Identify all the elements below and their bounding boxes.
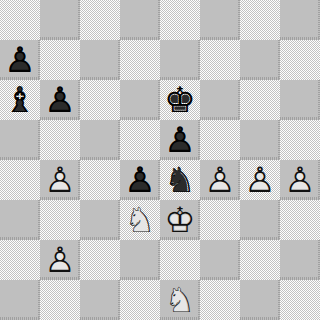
- white-pawn[interactable]: ♟♙: [280, 160, 320, 200]
- square-c8[interactable]: [80, 0, 120, 40]
- square-g3[interactable]: [240, 200, 280, 240]
- square-g8[interactable]: [240, 0, 280, 40]
- square-a4[interactable]: [0, 160, 40, 200]
- black-pawn[interactable]: ♟♙: [120, 160, 160, 200]
- square-b7[interactable]: [40, 40, 80, 80]
- square-a6[interactable]: ♝♗: [0, 80, 40, 120]
- square-d3[interactable]: ♞♘: [120, 200, 160, 240]
- black-pawn[interactable]: ♟♙: [0, 40, 40, 80]
- square-h4[interactable]: ♟♙: [280, 160, 320, 200]
- square-a2[interactable]: [0, 240, 40, 280]
- square-f6[interactable]: [200, 80, 240, 120]
- square-e6[interactable]: ♚♔: [160, 80, 200, 120]
- white-knight-outline-glyph: ♘: [120, 200, 160, 240]
- black-king-outline-glyph: ♔: [160, 80, 200, 120]
- black-bishop-outline-glyph: ♗: [0, 80, 40, 120]
- square-f2[interactable]: [200, 240, 240, 280]
- square-d8[interactable]: [120, 0, 160, 40]
- square-e5[interactable]: ♟♙: [160, 120, 200, 160]
- black-bishop[interactable]: ♝♗: [0, 80, 40, 120]
- square-f1[interactable]: [200, 280, 240, 320]
- square-h1[interactable]: [280, 280, 320, 320]
- square-c4[interactable]: [80, 160, 120, 200]
- square-g6[interactable]: [240, 80, 280, 120]
- white-pawn-outline-glyph: ♙: [40, 240, 80, 280]
- square-c1[interactable]: [80, 280, 120, 320]
- square-h8[interactable]: [280, 0, 320, 40]
- white-knight[interactable]: ♞♘: [120, 200, 160, 240]
- square-d1[interactable]: [120, 280, 160, 320]
- square-g1[interactable]: [240, 280, 280, 320]
- square-g2[interactable]: [240, 240, 280, 280]
- square-h3[interactable]: [280, 200, 320, 240]
- square-b1[interactable]: [40, 280, 80, 320]
- square-d2[interactable]: [120, 240, 160, 280]
- white-pawn[interactable]: ♟♙: [40, 160, 80, 200]
- square-c3[interactable]: [80, 200, 120, 240]
- square-d5[interactable]: [120, 120, 160, 160]
- black-pawn-outline-glyph: ♙: [40, 80, 80, 120]
- white-knight-outline-glyph: ♘: [160, 280, 200, 320]
- square-e2[interactable]: [160, 240, 200, 280]
- square-e8[interactable]: [160, 0, 200, 40]
- square-g7[interactable]: [240, 40, 280, 80]
- square-e3[interactable]: ♚♔: [160, 200, 200, 240]
- square-a1[interactable]: [0, 280, 40, 320]
- square-e4[interactable]: ♞♘: [160, 160, 200, 200]
- white-pawn-outline-glyph: ♙: [200, 160, 240, 200]
- black-pawn[interactable]: ♟♙: [40, 80, 80, 120]
- square-b5[interactable]: [40, 120, 80, 160]
- square-h5[interactable]: [280, 120, 320, 160]
- black-pawn-outline-glyph: ♙: [0, 40, 40, 80]
- chess-board: ♟♙♝♗♟♙♚♔♟♙♟♙♟♙♞♘♟♙♟♙♟♙♞♘♚♔♟♙♞♘: [0, 0, 320, 320]
- square-f3[interactable]: [200, 200, 240, 240]
- white-pawn[interactable]: ♟♙: [200, 160, 240, 200]
- square-h7[interactable]: [280, 40, 320, 80]
- white-pawn[interactable]: ♟♙: [40, 240, 80, 280]
- square-f8[interactable]: [200, 0, 240, 40]
- square-g4[interactable]: ♟♙: [240, 160, 280, 200]
- white-pawn-outline-glyph: ♙: [280, 160, 320, 200]
- square-c2[interactable]: [80, 240, 120, 280]
- square-b6[interactable]: ♟♙: [40, 80, 80, 120]
- square-f7[interactable]: [200, 40, 240, 80]
- white-king[interactable]: ♚♔: [160, 200, 200, 240]
- square-f5[interactable]: [200, 120, 240, 160]
- square-d7[interactable]: [120, 40, 160, 80]
- square-f4[interactable]: ♟♙: [200, 160, 240, 200]
- square-b2[interactable]: ♟♙: [40, 240, 80, 280]
- black-knight[interactable]: ♞♘: [160, 160, 200, 200]
- white-pawn[interactable]: ♟♙: [240, 160, 280, 200]
- square-a8[interactable]: [0, 0, 40, 40]
- white-pawn-outline-glyph: ♙: [40, 160, 80, 200]
- square-b3[interactable]: [40, 200, 80, 240]
- square-g5[interactable]: [240, 120, 280, 160]
- square-b4[interactable]: ♟♙: [40, 160, 80, 200]
- black-pawn-outline-glyph: ♙: [160, 120, 200, 160]
- black-knight-outline-glyph: ♘: [160, 160, 200, 200]
- square-d6[interactable]: [120, 80, 160, 120]
- square-a7[interactable]: ♟♙: [0, 40, 40, 80]
- square-a5[interactable]: [0, 120, 40, 160]
- white-knight[interactable]: ♞♘: [160, 280, 200, 320]
- square-d4[interactable]: ♟♙: [120, 160, 160, 200]
- square-h6[interactable]: [280, 80, 320, 120]
- square-c6[interactable]: [80, 80, 120, 120]
- square-b8[interactable]: [40, 0, 80, 40]
- square-e7[interactable]: [160, 40, 200, 80]
- square-a3[interactable]: [0, 200, 40, 240]
- square-c5[interactable]: [80, 120, 120, 160]
- square-h2[interactable]: [280, 240, 320, 280]
- black-pawn[interactable]: ♟♙: [160, 120, 200, 160]
- white-king-outline-glyph: ♔: [160, 200, 200, 240]
- square-e1[interactable]: ♞♘: [160, 280, 200, 320]
- white-pawn-outline-glyph: ♙: [240, 160, 280, 200]
- black-pawn-outline-glyph: ♙: [120, 160, 160, 200]
- black-king[interactable]: ♚♔: [160, 80, 200, 120]
- square-c7[interactable]: [80, 40, 120, 80]
